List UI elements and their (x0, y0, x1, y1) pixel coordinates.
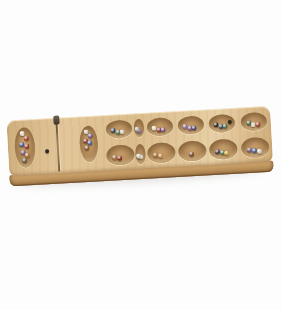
pit-bottom-5[interactable] (207, 136, 239, 164)
pit-bowl (177, 140, 206, 162)
stone (22, 158, 27, 163)
pit-bottom-3[interactable] (145, 139, 177, 167)
stone (192, 126, 197, 131)
stone (117, 155, 122, 160)
stone (87, 133, 92, 138)
pit-bowl (146, 142, 175, 164)
pit-top-1[interactable] (102, 115, 134, 143)
product-photo-scene (0, 0, 282, 310)
pit-top-3[interactable] (143, 113, 175, 141)
stone (257, 148, 262, 153)
hinge-column (40, 119, 74, 173)
store-left[interactable] (6, 121, 43, 175)
store-left-bowl (14, 127, 36, 168)
pit-bowl (240, 112, 267, 131)
stone (189, 151, 194, 156)
pit-bottom-4[interactable] (176, 137, 208, 165)
store-right[interactable] (71, 117, 105, 171)
stone (223, 124, 228, 129)
pit-bottom-6[interactable] (238, 134, 273, 162)
stone (84, 146, 89, 151)
stone (255, 122, 260, 127)
hinge-icon (53, 115, 59, 124)
pit-bowl (146, 117, 173, 136)
stone (158, 153, 163, 158)
stone (161, 127, 166, 132)
pit-bowl (208, 139, 237, 161)
pit-bowl (241, 137, 270, 159)
pit-top-6[interactable] (236, 108, 271, 136)
pit-bowl (105, 119, 132, 138)
stone (120, 130, 125, 135)
pit-top-5[interactable] (205, 110, 237, 138)
stone (24, 136, 29, 141)
stone (24, 144, 29, 149)
stone (224, 150, 229, 155)
pit-bowl (177, 115, 204, 134)
store-right-bowl (78, 125, 98, 162)
pit-bottom-1[interactable] (104, 141, 136, 169)
pit-top-4[interactable] (174, 111, 206, 139)
pit-bowl (105, 144, 134, 166)
